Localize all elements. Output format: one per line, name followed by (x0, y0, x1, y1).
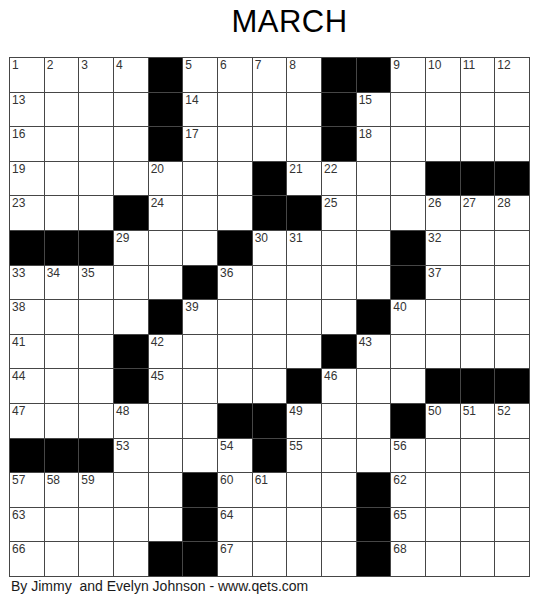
white-cell[interactable]: 13 (10, 93, 45, 128)
white-cell[interactable] (218, 369, 253, 404)
black-cell (114, 369, 149, 404)
cell-number: 52 (497, 405, 510, 418)
white-cell[interactable]: 60 (218, 473, 253, 508)
cell-number: 32 (428, 232, 441, 245)
white-cell[interactable] (218, 300, 253, 335)
cell-number: 11 (463, 59, 475, 72)
white-cell[interactable] (287, 127, 322, 162)
black-cell (287, 196, 322, 231)
cell-number: 51 (463, 405, 476, 418)
white-cell[interactable] (45, 335, 80, 370)
cell-number: 14 (185, 94, 198, 107)
white-cell[interactable] (426, 439, 461, 474)
white-cell[interactable] (183, 404, 218, 439)
white-cell[interactable]: 2 (45, 58, 80, 93)
white-cell[interactable] (495, 508, 530, 543)
white-cell[interactable] (426, 508, 461, 543)
cell-number: 49 (289, 405, 302, 418)
white-cell[interactable] (461, 127, 496, 162)
white-cell[interactable] (357, 162, 392, 197)
white-cell[interactable] (114, 508, 149, 543)
white-cell[interactable] (322, 266, 357, 301)
black-cell (253, 162, 288, 197)
white-cell[interactable] (45, 127, 80, 162)
black-cell (391, 231, 426, 266)
white-cell[interactable]: 22 (322, 162, 357, 197)
white-cell[interactable]: 65 (391, 508, 426, 543)
white-cell[interactable]: 67 (218, 542, 253, 577)
black-cell (149, 542, 184, 577)
cell-number: 13 (12, 94, 25, 107)
white-cell[interactable] (149, 404, 184, 439)
white-cell[interactable]: 12 (495, 58, 530, 93)
cell-number: 62 (393, 474, 406, 487)
white-cell[interactable] (287, 542, 322, 577)
white-cell[interactable] (45, 162, 80, 197)
white-cell[interactable] (45, 93, 80, 128)
cell-number: 10 (428, 59, 441, 72)
black-cell (79, 439, 114, 474)
white-cell[interactable]: 55 (287, 439, 322, 474)
white-cell[interactable] (253, 127, 288, 162)
white-cell[interactable] (461, 300, 496, 335)
white-cell[interactable] (287, 93, 322, 128)
black-cell (391, 266, 426, 301)
cell-number: 50 (428, 405, 441, 418)
cell-number: 65 (393, 509, 406, 522)
black-cell (45, 231, 80, 266)
white-cell[interactable]: 64 (218, 508, 253, 543)
white-cell[interactable]: 1 (10, 58, 45, 93)
white-cell[interactable]: 59 (79, 473, 114, 508)
white-cell[interactable] (79, 369, 114, 404)
white-cell[interactable]: 37 (426, 266, 461, 301)
white-cell[interactable] (461, 473, 496, 508)
cell-number: 23 (12, 197, 25, 210)
black-cell (495, 369, 530, 404)
cell-number: 53 (116, 440, 129, 453)
black-cell (10, 231, 45, 266)
white-cell[interactable] (495, 542, 530, 577)
white-cell[interactable] (218, 127, 253, 162)
black-cell (495, 162, 530, 197)
white-cell[interactable] (287, 335, 322, 370)
cell-number: 3 (81, 59, 88, 72)
cell-number: 35 (81, 267, 94, 280)
cell-number: 42 (151, 336, 164, 349)
white-cell[interactable]: 20 (149, 162, 184, 197)
white-cell[interactable]: 58 (45, 473, 80, 508)
white-cell[interactable] (461, 439, 496, 474)
white-cell[interactable]: 39 (183, 300, 218, 335)
cell-number: 9 (393, 59, 400, 72)
white-cell[interactable] (79, 300, 114, 335)
white-cell[interactable] (391, 162, 426, 197)
white-cell[interactable] (79, 196, 114, 231)
white-cell[interactable] (322, 231, 357, 266)
white-cell[interactable]: 48 (114, 404, 149, 439)
white-cell[interactable] (426, 300, 461, 335)
white-cell[interactable] (114, 93, 149, 128)
white-cell[interactable]: 9 (391, 58, 426, 93)
white-cell[interactable] (495, 266, 530, 301)
white-cell[interactable] (322, 439, 357, 474)
white-cell[interactable] (391, 196, 426, 231)
white-cell[interactable]: 30 (253, 231, 288, 266)
white-cell[interactable] (79, 404, 114, 439)
cell-number: 20 (151, 163, 164, 176)
black-cell (149, 127, 184, 162)
cell-number: 61 (255, 474, 268, 487)
black-cell (322, 58, 357, 93)
cell-number: 18 (359, 128, 372, 141)
cell-number: 56 (393, 440, 406, 453)
black-cell (287, 369, 322, 404)
white-cell[interactable]: 28 (495, 196, 530, 231)
crossword-grid: 1234567891011121314151617181920212223242… (9, 57, 530, 577)
cell-number: 1 (12, 59, 19, 72)
cell-number: 28 (497, 197, 510, 210)
black-cell (114, 335, 149, 370)
white-cell[interactable] (253, 266, 288, 301)
white-cell[interactable]: 51 (461, 404, 496, 439)
white-cell[interactable] (461, 231, 496, 266)
white-cell[interactable]: 17 (183, 127, 218, 162)
white-cell[interactable]: 42 (149, 335, 184, 370)
white-cell[interactable] (45, 404, 80, 439)
white-cell[interactable] (253, 93, 288, 128)
black-cell (149, 300, 184, 335)
cell-number: 43 (359, 336, 372, 349)
white-cell[interactable]: 16 (10, 127, 45, 162)
white-cell[interactable] (357, 369, 392, 404)
white-cell[interactable]: 52 (495, 404, 530, 439)
black-cell (391, 404, 426, 439)
cell-number: 57 (12, 474, 25, 487)
black-cell (357, 542, 392, 577)
white-cell[interactable] (461, 542, 496, 577)
cell-number: 7 (255, 59, 262, 72)
white-cell[interactable]: 40 (391, 300, 426, 335)
white-cell[interactable] (149, 231, 184, 266)
white-cell[interactable] (218, 335, 253, 370)
white-cell[interactable] (357, 439, 392, 474)
white-cell[interactable] (114, 473, 149, 508)
cell-number: 4 (116, 59, 123, 72)
white-cell[interactable] (391, 93, 426, 128)
white-cell[interactable] (79, 93, 114, 128)
cell-number: 38 (12, 301, 25, 314)
white-cell[interactable] (495, 231, 530, 266)
white-cell[interactable] (45, 542, 80, 577)
white-cell[interactable] (253, 300, 288, 335)
white-cell[interactable] (287, 508, 322, 543)
white-cell[interactable]: 68 (391, 542, 426, 577)
white-cell[interactable] (253, 542, 288, 577)
white-cell[interactable] (253, 369, 288, 404)
black-cell (322, 127, 357, 162)
black-cell (114, 196, 149, 231)
white-cell[interactable] (45, 369, 80, 404)
cell-number: 17 (185, 128, 198, 141)
white-cell[interactable]: 27 (461, 196, 496, 231)
white-cell[interactable] (45, 300, 80, 335)
white-cell[interactable]: 15 (357, 93, 392, 128)
white-cell[interactable] (426, 93, 461, 128)
cell-number: 8 (289, 59, 296, 72)
black-cell (218, 231, 253, 266)
white-cell[interactable]: 53 (114, 439, 149, 474)
white-cell[interactable] (426, 127, 461, 162)
white-cell[interactable] (114, 127, 149, 162)
white-cell[interactable] (183, 369, 218, 404)
white-cell[interactable] (183, 231, 218, 266)
cell-number: 22 (324, 163, 337, 176)
white-cell[interactable] (45, 508, 80, 543)
cell-number: 55 (289, 440, 302, 453)
white-cell[interactable]: 18 (357, 127, 392, 162)
cell-number: 63 (12, 509, 25, 522)
white-cell[interactable] (149, 439, 184, 474)
cell-number: 37 (428, 267, 441, 280)
cell-number: 59 (81, 474, 94, 487)
white-cell[interactable] (426, 335, 461, 370)
cell-number: 45 (151, 370, 164, 383)
white-cell[interactable] (495, 93, 530, 128)
white-cell[interactable] (183, 335, 218, 370)
white-cell[interactable] (391, 127, 426, 162)
white-cell[interactable] (357, 266, 392, 301)
white-cell[interactable] (45, 196, 80, 231)
black-cell (45, 439, 80, 474)
white-cell[interactable] (461, 335, 496, 370)
white-cell[interactable] (461, 508, 496, 543)
white-cell[interactable] (114, 266, 149, 301)
white-cell[interactable] (79, 542, 114, 577)
cell-number: 19 (12, 163, 25, 176)
white-cell[interactable] (461, 266, 496, 301)
white-cell[interactable]: 49 (287, 404, 322, 439)
white-cell[interactable] (287, 266, 322, 301)
cell-number: 30 (255, 232, 268, 245)
cell-number: 60 (220, 474, 233, 487)
white-cell[interactable]: 29 (114, 231, 149, 266)
black-cell (461, 162, 496, 197)
white-cell[interactable]: 14 (183, 93, 218, 128)
white-cell[interactable]: 54 (218, 439, 253, 474)
black-cell (183, 508, 218, 543)
white-cell[interactable] (357, 196, 392, 231)
cell-number: 66 (12, 543, 25, 556)
cell-number: 33 (12, 267, 25, 280)
white-cell[interactable]: 46 (322, 369, 357, 404)
white-cell[interactable]: 4 (114, 58, 149, 93)
black-cell (426, 162, 461, 197)
white-cell[interactable]: 35 (79, 266, 114, 301)
cell-number: 41 (12, 336, 25, 349)
cell-number: 5 (185, 59, 192, 72)
cell-number: 54 (220, 440, 233, 453)
black-cell (253, 439, 288, 474)
white-cell[interactable] (253, 335, 288, 370)
white-cell[interactable] (253, 508, 288, 543)
black-cell (183, 542, 218, 577)
cell-number: 24 (151, 197, 164, 210)
white-cell[interactable]: 32 (426, 231, 461, 266)
cell-number: 40 (393, 301, 406, 314)
white-cell[interactable] (322, 542, 357, 577)
black-cell (253, 196, 288, 231)
cell-number: 16 (12, 128, 25, 141)
white-cell[interactable]: 19 (10, 162, 45, 197)
white-cell[interactable]: 57 (10, 473, 45, 508)
white-cell[interactable] (79, 127, 114, 162)
cell-number: 6 (220, 59, 227, 72)
cell-number: 47 (12, 405, 25, 418)
white-cell[interactable] (218, 162, 253, 197)
black-cell (461, 369, 496, 404)
page-title: MARCH (0, 4, 537, 40)
cell-number: 29 (116, 232, 129, 245)
white-cell[interactable] (461, 93, 496, 128)
white-cell[interactable] (391, 335, 426, 370)
cell-number: 31 (289, 232, 302, 245)
white-cell[interactable]: 25 (322, 196, 357, 231)
white-cell[interactable]: 8 (287, 58, 322, 93)
white-cell[interactable]: 10 (426, 58, 461, 93)
black-cell (253, 404, 288, 439)
white-cell[interactable] (79, 162, 114, 197)
white-cell[interactable] (495, 335, 530, 370)
white-cell[interactable]: 66 (10, 542, 45, 577)
cell-number: 2 (47, 59, 54, 72)
black-cell (149, 93, 184, 128)
cell-number: 46 (324, 370, 337, 383)
black-cell (79, 231, 114, 266)
black-cell (10, 439, 45, 474)
white-cell[interactable] (357, 404, 392, 439)
cell-number: 27 (463, 197, 476, 210)
white-cell[interactable] (495, 300, 530, 335)
white-cell[interactable]: 33 (10, 266, 45, 301)
white-cell[interactable]: 62 (391, 473, 426, 508)
black-cell (357, 508, 392, 543)
white-cell[interactable]: 24 (149, 196, 184, 231)
white-cell[interactable]: 3 (79, 58, 114, 93)
black-cell (183, 473, 218, 508)
black-cell (183, 266, 218, 301)
cell-number: 44 (12, 370, 25, 383)
cell-number: 48 (116, 405, 129, 418)
white-cell[interactable]: 34 (45, 266, 80, 301)
black-cell (357, 473, 392, 508)
cell-number: 12 (497, 59, 510, 72)
black-cell (322, 93, 357, 128)
cell-number: 34 (47, 267, 60, 280)
white-cell[interactable] (114, 300, 149, 335)
cell-number: 21 (289, 163, 302, 176)
white-cell[interactable] (183, 196, 218, 231)
white-cell[interactable] (149, 473, 184, 508)
byline: By Jimmy and Evelyn Johnson - www.qets.c… (11, 578, 308, 594)
white-cell[interactable]: 63 (10, 508, 45, 543)
white-cell[interactable] (114, 162, 149, 197)
white-cell[interactable]: 21 (287, 162, 322, 197)
cell-number: 64 (220, 509, 233, 522)
cell-number: 25 (324, 197, 337, 210)
white-cell[interactable]: 5 (183, 58, 218, 93)
white-cell[interactable] (218, 196, 253, 231)
cell-number: 67 (220, 543, 233, 556)
white-cell[interactable] (426, 473, 461, 508)
white-cell[interactable]: 11 (461, 58, 496, 93)
black-cell (426, 369, 461, 404)
black-cell (149, 58, 184, 93)
white-cell[interactable]: 36 (218, 266, 253, 301)
white-cell[interactable]: 44 (10, 369, 45, 404)
white-cell[interactable]: 38 (10, 300, 45, 335)
black-cell (322, 335, 357, 370)
white-cell[interactable]: 47 (10, 404, 45, 439)
white-cell[interactable]: 45 (149, 369, 184, 404)
cell-number: 58 (47, 474, 60, 487)
white-cell[interactable] (322, 300, 357, 335)
white-cell[interactable] (114, 542, 149, 577)
white-cell[interactable]: 41 (10, 335, 45, 370)
white-cell[interactable] (322, 473, 357, 508)
white-cell[interactable]: 56 (391, 439, 426, 474)
white-cell[interactable] (149, 508, 184, 543)
white-cell[interactable] (391, 369, 426, 404)
cell-number: 68 (393, 543, 406, 556)
white-cell[interactable] (79, 508, 114, 543)
white-cell[interactable] (149, 266, 184, 301)
black-cell (357, 58, 392, 93)
white-cell[interactable]: 7 (253, 58, 288, 93)
white-cell[interactable]: 26 (426, 196, 461, 231)
white-cell[interactable] (183, 439, 218, 474)
white-cell[interactable] (322, 404, 357, 439)
white-cell[interactable] (357, 231, 392, 266)
cell-number: 15 (359, 94, 372, 107)
white-cell[interactable]: 6 (218, 58, 253, 93)
white-cell[interactable] (287, 473, 322, 508)
white-cell[interactable] (183, 162, 218, 197)
white-cell[interactable] (426, 542, 461, 577)
black-cell (218, 404, 253, 439)
white-cell[interactable] (495, 127, 530, 162)
white-cell[interactable] (79, 335, 114, 370)
white-cell[interactable]: 61 (253, 473, 288, 508)
white-cell[interactable]: 31 (287, 231, 322, 266)
white-cell[interactable] (287, 300, 322, 335)
white-cell[interactable]: 50 (426, 404, 461, 439)
black-cell (357, 300, 392, 335)
cell-number: 36 (220, 267, 233, 280)
white-cell[interactable] (495, 473, 530, 508)
cell-number: 26 (428, 197, 441, 210)
white-cell[interactable] (495, 439, 530, 474)
white-cell[interactable]: 43 (357, 335, 392, 370)
white-cell[interactable] (322, 508, 357, 543)
white-cell[interactable]: 23 (10, 196, 45, 231)
cell-number: 39 (185, 301, 198, 314)
white-cell[interactable] (218, 93, 253, 128)
